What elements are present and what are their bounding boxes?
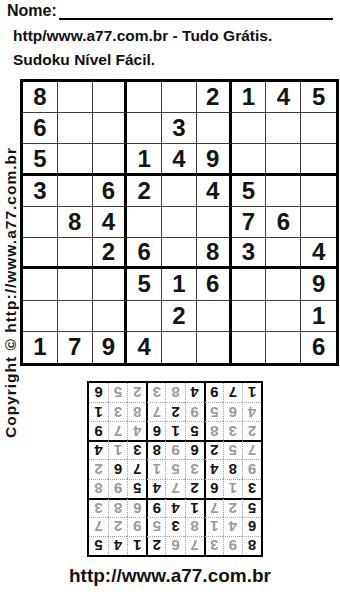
puzzle-cell-r9c3: 9: [93, 332, 128, 363]
solution-cell-r1c6: 2: [146, 536, 165, 555]
puzzle-cell-r3c6: 9: [197, 144, 232, 175]
puzzle-cell-r8c7: [232, 301, 267, 332]
solution-cell-r3c7: 6: [127, 498, 146, 517]
puzzle-cell-r9c5: [162, 332, 197, 363]
puzzle-cell-r2c9: [301, 113, 336, 144]
name-row: Nome:: [7, 2, 333, 20]
puzzle-cell-r3c7: [232, 144, 267, 175]
puzzle-cell-r7c5: 1: [162, 269, 197, 300]
solution-cell-r2c6: 5: [146, 517, 165, 536]
name-underline: [59, 2, 333, 20]
puzzle-cell-r5c6: [197, 207, 232, 238]
solution-cell-r7c2: 3: [223, 421, 242, 440]
puzzle-cell-r3c2: [58, 144, 93, 175]
puzzle-cell-r6c8: [266, 238, 301, 269]
solution-cell-r1c1: 8: [242, 536, 261, 555]
puzzle-cell-r8c2: [58, 301, 93, 332]
puzzle-level-subtitle: Sudoku Nível Fácil.: [13, 51, 155, 69]
puzzle-cell-r6c3: 2: [93, 238, 128, 269]
solution-cell-r6c9: 4: [89, 440, 108, 459]
puzzle-cell-r9c4: 4: [127, 332, 162, 363]
solution-cell-r4c3: 6: [204, 479, 223, 498]
puzzle-cell-r5c8: 6: [266, 207, 301, 238]
solution-cell-r7c3: 8: [204, 421, 223, 440]
solution-cell-r1c5: 6: [165, 536, 184, 555]
solution-cell-r2c7: 9: [127, 517, 146, 536]
solution-cell-r3c3: 7: [204, 498, 223, 517]
solution-cell-r3c4: 1: [185, 498, 204, 517]
solution-cell-r6c6: 8: [146, 440, 165, 459]
solution-cell-r9c1: 1: [242, 383, 261, 402]
puzzle-cell-r3c3: [93, 144, 128, 175]
solution-cell-r6c5: 9: [165, 440, 184, 459]
solution-cell-r1c7: 1: [127, 536, 146, 555]
solution-cell-r6c8: 1: [108, 440, 127, 459]
solution-cell-r4c1: 3: [242, 479, 261, 498]
puzzle-cell-r1c7: 1: [232, 82, 267, 113]
footer-url: http://www.a77.com.br: [0, 565, 340, 587]
puzzle-cell-r5c1: [23, 207, 58, 238]
solution-cell-r5c5: 5: [165, 459, 184, 478]
solution-cell-r8c1: 4: [242, 402, 261, 421]
puzzle-cell-r3c4: 1: [127, 144, 162, 175]
puzzle-cell-r2c6: [197, 113, 232, 144]
solution-cell-r9c7: 2: [127, 383, 146, 402]
puzzle-cell-r7c2: [58, 269, 93, 300]
solution-cell-r7c1: 2: [242, 421, 261, 440]
puzzle-cell-r1c2: [58, 82, 93, 113]
puzzle-cell-r6c4: 6: [127, 238, 162, 269]
puzzle-cell-r3c1: 5: [23, 144, 58, 175]
solution-cell-r4c8: 9: [108, 479, 127, 498]
puzzle-cell-r6c1: [23, 238, 58, 269]
solution-cell-r1c9: 5: [89, 536, 108, 555]
solution-cell-r4c9: 8: [89, 479, 108, 498]
puzzle-cell-r1c1: 8: [23, 82, 58, 113]
solution-cell-r3c5: 4: [165, 498, 184, 517]
puzzle-cell-r9c8: [266, 332, 301, 363]
puzzle-cell-r7c9: 9: [301, 269, 336, 300]
puzzle-cell-r4c5: [162, 176, 197, 207]
solution-cell-r6c2: 5: [223, 440, 242, 459]
puzzle-cell-r6c9: 4: [301, 238, 336, 269]
puzzle-cell-r1c5: [162, 82, 197, 113]
solution-cell-r4c6: 4: [146, 479, 165, 498]
solution-cell-r5c1: 9: [242, 459, 261, 478]
puzzle-cell-r5c2: 8: [58, 207, 93, 238]
solution-cell-r5c8: 6: [108, 459, 127, 478]
solution-cell-r3c8: 8: [108, 498, 127, 517]
puzzle-cell-r2c2: [58, 113, 93, 144]
solution-cell-r3c9: 3: [89, 498, 108, 517]
sudoku-solution-board-upside-down: 8937621456418359275271496833162745989843…: [87, 381, 263, 557]
puzzle-cell-r1c8: 4: [266, 82, 301, 113]
solution-cell-r5c7: 7: [127, 459, 146, 478]
solution-cell-r9c3: 9: [204, 383, 223, 402]
puzzle-cell-r4c9: [301, 176, 336, 207]
puzzle-cell-r2c7: [232, 113, 267, 144]
solution-cell-r5c6: 1: [146, 459, 165, 478]
solution-cell-r8c6: 7: [146, 402, 165, 421]
solution-cell-r8c5: 2: [165, 402, 184, 421]
solution-cell-r2c3: 1: [204, 517, 223, 536]
solution-cell-r6c1: 7: [242, 440, 261, 459]
puzzle-cell-r3c9: [301, 144, 336, 175]
puzzle-cell-r2c3: [93, 113, 128, 144]
puzzle-cell-r4c7: 5: [232, 176, 267, 207]
solution-cell-r5c2: 8: [223, 459, 242, 478]
puzzle-cell-r4c6: 4: [197, 176, 232, 207]
solution-cell-r8c3: 5: [204, 402, 223, 421]
name-label: Nome:: [7, 2, 57, 20]
puzzle-cell-r7c8: [266, 269, 301, 300]
puzzle-cell-r9c2: 7: [58, 332, 93, 363]
puzzle-cell-r9c6: [197, 332, 232, 363]
solution-cell-r2c4: 8: [185, 517, 204, 536]
puzzle-cell-r8c9: 1: [301, 301, 336, 332]
puzzle-cell-r7c6: 6: [197, 269, 232, 300]
puzzle-cell-r4c1: 3: [23, 176, 58, 207]
puzzle-cell-r7c3: [93, 269, 128, 300]
puzzle-cell-r4c8: [266, 176, 301, 207]
puzzle-cell-r1c3: [93, 82, 128, 113]
sudoku-puzzle-board: 821456351493624584762683451692117946: [20, 79, 339, 366]
solution-cell-r9c8: 5: [108, 383, 127, 402]
solution-cell-r9c9: 6: [89, 383, 108, 402]
printable-sudoku-page: Nome: http/www.a77.com.br - Tudo Grátis.…: [0, 0, 340, 596]
puzzle-cell-r6c7: 3: [232, 238, 267, 269]
solution-cell-r2c9: 7: [89, 517, 108, 536]
copyright-vertical-text: Copyright © http://www.a77.com.br: [2, 147, 20, 438]
puzzle-cell-r2c5: 3: [162, 113, 197, 144]
solution-cell-r5c4: 3: [185, 459, 204, 478]
solution-cell-r7c7: 4: [127, 421, 146, 440]
solution-cell-r2c1: 6: [242, 517, 261, 536]
puzzle-cell-r1c9: 5: [301, 82, 336, 113]
puzzle-cell-r4c3: 6: [93, 176, 128, 207]
solution-cell-r3c2: 2: [223, 498, 242, 517]
solution-cell-r4c7: 5: [127, 479, 146, 498]
puzzle-cell-r4c4: 2: [127, 176, 162, 207]
puzzle-cell-r7c4: 5: [127, 269, 162, 300]
solution-cell-r1c8: 4: [108, 536, 127, 555]
puzzle-cell-r2c4: [127, 113, 162, 144]
puzzle-cell-r8c1: [23, 301, 58, 332]
puzzle-cell-r8c6: [197, 301, 232, 332]
puzzle-cell-r1c6: 2: [197, 82, 232, 113]
solution-cell-r3c6: 9: [146, 498, 165, 517]
solution-cell-r6c4: 6: [185, 440, 204, 459]
solution-cell-r5c3: 4: [204, 459, 223, 478]
puzzle-cell-r1c4: [127, 82, 162, 113]
puzzle-cell-r4c2: [58, 176, 93, 207]
solution-cell-r9c5: 8: [165, 383, 184, 402]
solution-cell-r9c4: 4: [185, 383, 204, 402]
solution-cell-r8c8: 3: [108, 402, 127, 421]
solution-cell-r1c3: 3: [204, 536, 223, 555]
puzzle-cell-r5c5: [162, 207, 197, 238]
puzzle-cell-r5c7: 7: [232, 207, 267, 238]
puzzle-cell-r8c3: [93, 301, 128, 332]
puzzle-cell-r7c1: [23, 269, 58, 300]
puzzle-cell-r6c2: [58, 238, 93, 269]
puzzle-cell-r8c8: [266, 301, 301, 332]
puzzle-cell-r2c1: 6: [23, 113, 58, 144]
puzzle-cell-r5c3: 4: [93, 207, 128, 238]
solution-cell-r9c2: 7: [223, 383, 242, 402]
solution-cell-r7c5: 1: [165, 421, 184, 440]
puzzle-cell-r5c9: [301, 207, 336, 238]
solution-cell-r2c8: 2: [108, 517, 127, 536]
puzzle-cell-r8c5: 2: [162, 301, 197, 332]
solution-cell-r2c2: 4: [223, 517, 242, 536]
page-title: http/www.a77.com.br - Tudo Grátis.: [13, 27, 272, 45]
puzzle-cell-r7c7: [232, 269, 267, 300]
puzzle-cell-r2c8: [266, 113, 301, 144]
solution-cell-r2c5: 3: [165, 517, 184, 536]
solution-cell-r7c6: 6: [146, 421, 165, 440]
puzzle-cell-r9c9: 6: [301, 332, 336, 363]
puzzle-cell-r6c5: [162, 238, 197, 269]
solution-cell-r7c8: 7: [108, 421, 127, 440]
solution-cell-r7c9: 9: [89, 421, 108, 440]
solution-cell-r7c4: 5: [185, 421, 204, 440]
puzzle-cell-r9c1: 1: [23, 332, 58, 363]
solution-cell-r4c5: 7: [165, 479, 184, 498]
solution-cell-r8c9: 1: [89, 402, 108, 421]
solution-cell-r8c2: 6: [223, 402, 242, 421]
solution-cell-r3c1: 5: [242, 498, 261, 517]
solution-cell-r4c2: 1: [223, 479, 242, 498]
solution-cell-r9c6: 3: [146, 383, 165, 402]
solution-cell-r6c3: 2: [204, 440, 223, 459]
puzzle-cell-r5c4: [127, 207, 162, 238]
solution-cell-r8c4: 9: [185, 402, 204, 421]
puzzle-cell-r6c6: 8: [197, 238, 232, 269]
solution-cell-r1c2: 9: [223, 536, 242, 555]
solution-cell-r6c7: 3: [127, 440, 146, 459]
solution-cell-r1c4: 7: [185, 536, 204, 555]
puzzle-cell-r3c5: 4: [162, 144, 197, 175]
solution-cell-r8c7: 8: [127, 402, 146, 421]
solution-cell-r5c9: 2: [89, 459, 108, 478]
puzzle-cell-r8c4: [127, 301, 162, 332]
puzzle-cell-r3c8: [266, 144, 301, 175]
solution-cell-r4c4: 2: [185, 479, 204, 498]
puzzle-cell-r9c7: [232, 332, 267, 363]
